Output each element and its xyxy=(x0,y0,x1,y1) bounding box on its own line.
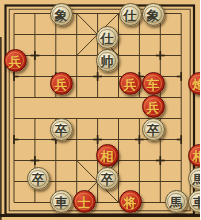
piece-glyph: 帅 xyxy=(101,55,114,68)
piece-tan-elephant[interactable]: 象 xyxy=(142,3,165,26)
piece-glyph: 卒 xyxy=(147,124,160,137)
piece-glyph: 卒 xyxy=(101,173,114,186)
piece-red-advisor[interactable]: 士 xyxy=(73,190,96,213)
piece-tan-soldier[interactable]: 卒 xyxy=(96,167,119,190)
piece-tan-soldier[interactable]: 卒 xyxy=(27,167,50,190)
piece-tan-horse[interactable]: 馬 xyxy=(188,167,201,190)
piece-glyph: 馬 xyxy=(170,196,183,209)
piece-glyph: 象 xyxy=(55,9,68,22)
piece-glyph: 车 xyxy=(147,78,160,91)
piece-tan-chariot[interactable]: 車 xyxy=(188,190,201,213)
piece-tan-soldier[interactable]: 卒 xyxy=(50,118,73,141)
piece-glyph: 炮 xyxy=(193,78,201,91)
piece-glyph: 仕 xyxy=(101,32,114,45)
piece-red-soldier[interactable]: 兵 xyxy=(142,95,165,118)
piece-red-cannon[interactable]: 炮 xyxy=(188,72,201,95)
piece-red-soldier[interactable]: 兵 xyxy=(119,72,142,95)
piece-red-elephant[interactable]: 相 xyxy=(188,144,201,167)
piece-glyph: 車 xyxy=(193,196,201,209)
piece-glyph: 相 xyxy=(101,150,114,163)
piece-glyph: 象 xyxy=(147,9,160,22)
piece-red-general[interactable]: 将 xyxy=(119,190,142,213)
piece-glyph: 兵 xyxy=(124,78,137,91)
piece-tan-advisor[interactable]: 仕 xyxy=(119,3,142,26)
piece-tan-elephant[interactable]: 象 xyxy=(50,3,73,26)
piece-tan-general[interactable]: 帅 xyxy=(96,49,119,72)
piece-tan-horse[interactable]: 馬 xyxy=(165,190,188,213)
piece-red-soldier[interactable]: 兵 xyxy=(50,72,73,95)
piece-glyph: 馬 xyxy=(193,173,201,186)
piece-red-soldier[interactable]: 兵 xyxy=(4,49,27,72)
piece-tan-chariot[interactable]: 車 xyxy=(50,190,73,213)
piece-red-chariot[interactable]: 车 xyxy=(142,72,165,95)
piece-red-elephant[interactable]: 相 xyxy=(96,144,119,167)
piece-glyph: 車 xyxy=(55,196,68,209)
board-grid: 象仕象仕帅兵兵兵车炮兵卒卒相相卒卒馬車士将馬車 xyxy=(4,3,192,213)
piece-glyph: 相 xyxy=(193,150,201,163)
piece-glyph: 士 xyxy=(78,196,91,209)
piece-glyph: 卒 xyxy=(55,124,68,137)
xiangqi-board: 象仕象仕帅兵兵兵车炮兵卒卒相相卒卒馬車士将馬車 xyxy=(0,0,200,220)
piece-tan-advisor[interactable]: 仕 xyxy=(96,26,119,49)
piece-tan-soldier[interactable]: 卒 xyxy=(142,118,165,141)
piece-glyph: 兵 xyxy=(55,78,68,91)
piece-glyph: 将 xyxy=(124,196,137,209)
piece-glyph: 兵 xyxy=(147,101,160,114)
piece-glyph: 兵 xyxy=(9,55,22,68)
piece-glyph: 卒 xyxy=(32,173,45,186)
piece-glyph: 仕 xyxy=(124,9,137,22)
